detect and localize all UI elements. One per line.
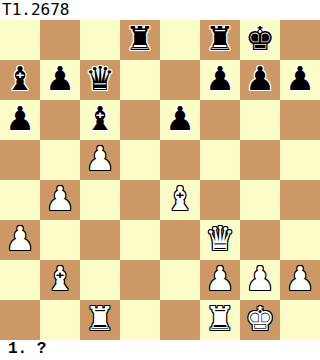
square-f8[interactable]: ♜: [200, 20, 240, 60]
square-e7[interactable]: [160, 60, 200, 100]
white-pawn-c5: ♟: [85, 139, 115, 179]
chess-board: ♜♜♚♝♟♛♟♟♟♟♝♟♟♟♝♟♛♝♟♟♟♜♜♚: [0, 20, 320, 340]
square-f7[interactable]: ♟: [200, 60, 240, 100]
square-d3[interactable]: [120, 220, 160, 260]
white-queen-f3: ♛: [205, 219, 235, 259]
black-king-g8: ♚: [245, 19, 275, 59]
white-pawn-a3: ♟: [5, 219, 35, 259]
square-g3[interactable]: [240, 220, 280, 260]
black-rook-f8: ♜: [205, 19, 235, 59]
square-b3[interactable]: [40, 220, 80, 260]
square-d8[interactable]: ♜: [120, 20, 160, 60]
square-a1[interactable]: [0, 300, 40, 340]
square-h5[interactable]: [280, 140, 320, 180]
black-pawn-g7: ♟: [245, 59, 275, 99]
square-g1[interactable]: ♚: [240, 300, 280, 340]
square-h2[interactable]: ♟: [280, 260, 320, 300]
square-c6[interactable]: ♝: [80, 100, 120, 140]
white-king-g1: ♚: [245, 299, 275, 339]
square-g8[interactable]: ♚: [240, 20, 280, 60]
square-e4[interactable]: ♝: [160, 180, 200, 220]
square-h1[interactable]: [280, 300, 320, 340]
square-d1[interactable]: [120, 300, 160, 340]
white-pawn-f2: ♟: [205, 259, 235, 299]
square-h3[interactable]: [280, 220, 320, 260]
square-b2[interactable]: ♝: [40, 260, 80, 300]
square-e8[interactable]: [160, 20, 200, 60]
square-c7[interactable]: ♛: [80, 60, 120, 100]
square-d5[interactable]: [120, 140, 160, 180]
square-d7[interactable]: [120, 60, 160, 100]
black-rook-d8: ♜: [125, 19, 155, 59]
square-c2[interactable]: [80, 260, 120, 300]
square-a8[interactable]: [0, 20, 40, 60]
square-b5[interactable]: [40, 140, 80, 180]
square-b1[interactable]: [40, 300, 80, 340]
square-a7[interactable]: ♝: [0, 60, 40, 100]
square-e1[interactable]: [160, 300, 200, 340]
square-h8[interactable]: [280, 20, 320, 60]
white-rook-f1: ♜: [205, 299, 235, 339]
square-b8[interactable]: [40, 20, 80, 60]
square-g5[interactable]: [240, 140, 280, 180]
square-h4[interactable]: [280, 180, 320, 220]
square-e5[interactable]: [160, 140, 200, 180]
square-h7[interactable]: ♟: [280, 60, 320, 100]
black-queen-c7: ♛: [85, 59, 115, 99]
square-g4[interactable]: [240, 180, 280, 220]
black-pawn-e6: ♟: [165, 99, 195, 139]
white-pawn-g2: ♟: [245, 259, 275, 299]
square-e6[interactable]: ♟: [160, 100, 200, 140]
square-d6[interactable]: [120, 100, 160, 140]
square-c4[interactable]: [80, 180, 120, 220]
square-a3[interactable]: ♟: [0, 220, 40, 260]
white-rook-c1: ♜: [85, 299, 115, 339]
black-bishop-c6: ♝: [85, 99, 115, 139]
square-g6[interactable]: [240, 100, 280, 140]
move-prompt: 1. ?: [0, 340, 320, 360]
square-f6[interactable]: [200, 100, 240, 140]
square-e3[interactable]: [160, 220, 200, 260]
square-a6[interactable]: ♟: [0, 100, 40, 140]
black-bishop-a7: ♝: [5, 59, 35, 99]
white-pawn-h2: ♟: [285, 259, 315, 299]
square-c5[interactable]: ♟: [80, 140, 120, 180]
black-pawn-f7: ♟: [205, 59, 235, 99]
square-f5[interactable]: [200, 140, 240, 180]
square-a4[interactable]: [0, 180, 40, 220]
square-g7[interactable]: ♟: [240, 60, 280, 100]
black-pawn-a6: ♟: [5, 99, 35, 139]
square-f1[interactable]: ♜: [200, 300, 240, 340]
square-f3[interactable]: ♛: [200, 220, 240, 260]
black-pawn-h7: ♟: [285, 59, 315, 99]
square-e2[interactable]: [160, 260, 200, 300]
square-c1[interactable]: ♜: [80, 300, 120, 340]
square-b4[interactable]: ♟: [40, 180, 80, 220]
square-f2[interactable]: ♟: [200, 260, 240, 300]
square-g2[interactable]: ♟: [240, 260, 280, 300]
square-a5[interactable]: [0, 140, 40, 180]
white-pawn-b4: ♟: [45, 179, 75, 219]
square-d2[interactable]: [120, 260, 160, 300]
square-c8[interactable]: [80, 20, 120, 60]
square-f4[interactable]: [200, 180, 240, 220]
white-bishop-b2: ♝: [45, 259, 75, 299]
square-b7[interactable]: ♟: [40, 60, 80, 100]
square-a2[interactable]: [0, 260, 40, 300]
black-pawn-b7: ♟: [45, 59, 75, 99]
square-d4[interactable]: [120, 180, 160, 220]
square-b6[interactable]: [40, 100, 80, 140]
square-h6[interactable]: [280, 100, 320, 140]
white-bishop-e4: ♝: [165, 179, 195, 219]
puzzle-title: T1.2678: [0, 0, 320, 20]
square-c3[interactable]: [80, 220, 120, 260]
